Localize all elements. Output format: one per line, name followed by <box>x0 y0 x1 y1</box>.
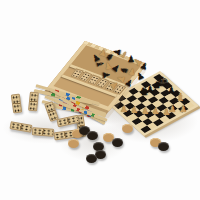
light-checker-piece <box>68 139 79 148</box>
light-checker-piece <box>72 129 83 138</box>
domino-tile <box>44 101 59 122</box>
dark-checker-piece <box>95 150 106 159</box>
domino-tile <box>28 92 39 112</box>
domino-tile <box>76 115 87 138</box>
domino-tile <box>11 93 23 113</box>
dark-checker-piece <box>86 154 97 163</box>
dark-checker-piece <box>158 142 169 151</box>
dominoes-ground-shadow <box>2 112 88 144</box>
mikado-stick <box>48 104 98 115</box>
domino-tile <box>32 127 55 137</box>
domino-tile <box>9 121 32 133</box>
dark-checker-piece <box>93 142 104 151</box>
dark-checker-piece <box>87 131 98 140</box>
light-checker-piece <box>103 133 114 142</box>
product-photo-scene: ♞♟♟♚♟♟♟♟♟♝♟♟♟ ♟♟♞♟♝♟♟♟♝♟♟♞♟♟♟♟♟♟ <box>0 0 200 200</box>
light-checker-piece <box>150 138 161 147</box>
dark-checker-piece <box>112 138 123 147</box>
domino-tile <box>54 130 77 141</box>
domino-tile <box>56 115 79 127</box>
dark-checker-piece <box>79 126 90 135</box>
checkers-ground-shadow <box>58 122 128 162</box>
